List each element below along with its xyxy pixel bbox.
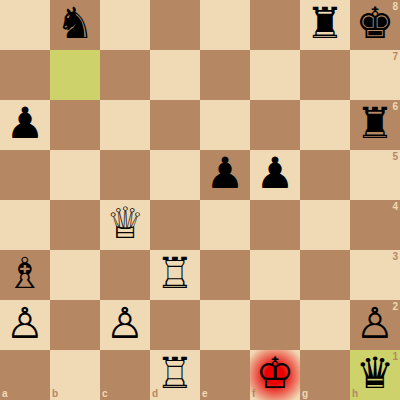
square-h8[interactable]: 8♚ — [350, 0, 400, 50]
square-c4[interactable]: ♕ — [100, 200, 150, 250]
square-g8[interactable]: ♜ — [300, 0, 350, 50]
coord-file-c: c — [102, 388, 108, 399]
white-pawn-icon[interactable]: ♙ — [0, 300, 50, 350]
coord-rank-4: 4 — [392, 201, 398, 212]
square-a1[interactable]: a — [0, 350, 50, 400]
square-c8[interactable] — [100, 0, 150, 50]
square-g5[interactable] — [300, 150, 350, 200]
square-e7[interactable] — [200, 50, 250, 100]
square-d5[interactable] — [150, 150, 200, 200]
square-a5[interactable] — [0, 150, 50, 200]
square-c1[interactable]: c — [100, 350, 150, 400]
white-queen-icon[interactable]: ♕ — [100, 200, 150, 250]
square-c2[interactable]: ♙ — [100, 300, 150, 350]
square-d7[interactable] — [150, 50, 200, 100]
square-f4[interactable] — [250, 200, 300, 250]
square-c3[interactable] — [100, 250, 150, 300]
square-e5[interactable]: ♟ — [200, 150, 250, 200]
coord-file-b: b — [52, 388, 58, 399]
white-pawn-icon[interactable]: ♙ — [100, 300, 150, 350]
square-g2[interactable] — [300, 300, 350, 350]
square-h3[interactable]: 3 — [350, 250, 400, 300]
square-h5[interactable]: 5 — [350, 150, 400, 200]
square-h6[interactable]: 6♜ — [350, 100, 400, 150]
square-a4[interactable] — [0, 200, 50, 250]
coord-file-e: e — [202, 388, 208, 399]
white-rook-icon[interactable]: ♖ — [150, 350, 200, 400]
square-d8[interactable] — [150, 0, 200, 50]
square-h4[interactable]: 4 — [350, 200, 400, 250]
square-f2[interactable] — [250, 300, 300, 350]
square-g6[interactable] — [300, 100, 350, 150]
square-d3[interactable]: ♖ — [150, 250, 200, 300]
square-b4[interactable] — [50, 200, 100, 250]
square-g4[interactable] — [300, 200, 350, 250]
white-rook-icon[interactable]: ♖ — [150, 250, 200, 300]
square-e8[interactable] — [200, 0, 250, 50]
white-pawn-icon[interactable]: ♙ — [350, 300, 400, 350]
square-g1[interactable]: g — [300, 350, 350, 400]
square-e3[interactable] — [200, 250, 250, 300]
square-b7[interactable] — [50, 50, 100, 100]
square-b6[interactable] — [50, 100, 100, 150]
square-h7[interactable]: 7 — [350, 50, 400, 100]
square-f7[interactable] — [250, 50, 300, 100]
square-e6[interactable] — [200, 100, 250, 150]
square-f1[interactable]: f♔ — [250, 350, 300, 400]
square-b5[interactable] — [50, 150, 100, 200]
square-a6[interactable]: ♟ — [0, 100, 50, 150]
square-f5[interactable]: ♟ — [250, 150, 300, 200]
square-a8[interactable] — [0, 0, 50, 50]
square-c6[interactable] — [100, 100, 150, 150]
black-rook-icon[interactable]: ♜ — [350, 100, 400, 150]
white-bishop-icon[interactable]: ♗ — [0, 250, 50, 300]
square-b8[interactable]: ♞ — [50, 0, 100, 50]
square-a3[interactable]: ♗ — [0, 250, 50, 300]
square-f3[interactable] — [250, 250, 300, 300]
square-a2[interactable]: ♙ — [0, 300, 50, 350]
square-h1[interactable]: h1♛ — [350, 350, 400, 400]
square-a7[interactable] — [0, 50, 50, 100]
square-g3[interactable] — [300, 250, 350, 300]
square-d2[interactable] — [150, 300, 200, 350]
square-c5[interactable] — [100, 150, 150, 200]
black-pawn-icon[interactable]: ♟ — [200, 150, 250, 200]
black-king-icon[interactable]: ♚ — [350, 0, 400, 50]
square-b2[interactable] — [50, 300, 100, 350]
square-d1[interactable]: d♖ — [150, 350, 200, 400]
black-pawn-icon[interactable]: ♟ — [250, 150, 300, 200]
square-f8[interactable] — [250, 0, 300, 50]
square-d4[interactable] — [150, 200, 200, 250]
coord-rank-5: 5 — [392, 151, 398, 162]
square-e1[interactable]: e — [200, 350, 250, 400]
black-rook-icon[interactable]: ♜ — [300, 0, 350, 50]
square-d6[interactable] — [150, 100, 200, 150]
square-g7[interactable] — [300, 50, 350, 100]
coord-file-g: g — [302, 388, 308, 399]
black-pawn-icon[interactable]: ♟ — [0, 100, 50, 150]
coord-rank-3: 3 — [392, 251, 398, 262]
square-c7[interactable] — [100, 50, 150, 100]
square-b3[interactable] — [50, 250, 100, 300]
square-f6[interactable] — [250, 100, 300, 150]
square-h2[interactable]: 2♙ — [350, 300, 400, 350]
black-knight-icon[interactable]: ♞ — [50, 0, 100, 50]
chess-board: ♞♜8♚7♟6♜♟♟5♕4♗♖3♙♙2♙abcd♖ef♔gh1♛ — [0, 0, 400, 400]
coord-rank-7: 7 — [392, 51, 398, 62]
square-b1[interactable]: b — [50, 350, 100, 400]
square-e4[interactable] — [200, 200, 250, 250]
black-queen-icon[interactable]: ♛ — [350, 350, 400, 400]
square-e2[interactable] — [200, 300, 250, 350]
coord-file-a: a — [2, 388, 8, 399]
white-king-icon[interactable]: ♔ — [250, 350, 300, 400]
